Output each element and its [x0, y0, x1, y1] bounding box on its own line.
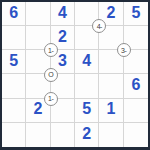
given-digit: 6	[131, 77, 140, 93]
cell-r3c3[interactable]: 3	[51, 50, 75, 74]
cell-r3c2[interactable]	[26, 50, 50, 74]
cell-r6c3[interactable]	[51, 123, 75, 147]
cell-r4c3[interactable]	[51, 74, 75, 98]
cell-r5c4[interactable]: 5	[75, 99, 99, 123]
cell-r4c2[interactable]	[26, 74, 50, 98]
cell-r6c1[interactable]	[2, 123, 26, 147]
cell-r4c4[interactable]	[75, 74, 99, 98]
cell-r5c2[interactable]: 2	[26, 99, 50, 123]
given-digit: 3	[58, 53, 67, 69]
cell-r4c6[interactable]: 6	[124, 74, 148, 98]
cell-r6c2[interactable]	[26, 123, 50, 147]
given-digit: 6	[9, 5, 18, 21]
cell-r6c6[interactable]	[124, 123, 148, 147]
given-digit: 1	[107, 101, 116, 117]
given-digit: 5	[9, 53, 18, 69]
cell-r6c4[interactable]: 2	[75, 123, 99, 147]
cell-r1c2[interactable]	[26, 2, 50, 26]
cell-r4c5[interactable]	[99, 74, 123, 98]
mathrax-board: 6425253462512 4-1-3-O1-	[0, 0, 150, 150]
given-digit: 4	[58, 5, 67, 21]
cell-r3c4[interactable]: 4	[75, 50, 99, 74]
given-digit: 5	[82, 101, 91, 117]
cell-r2c1[interactable]	[2, 26, 26, 50]
cell-r1c6[interactable]: 5	[124, 2, 148, 26]
cell-r1c3[interactable]: 4	[51, 2, 75, 26]
cell-r2c2[interactable]	[26, 26, 50, 50]
given-digit: 2	[58, 29, 67, 45]
cell-r3c1[interactable]: 5	[2, 50, 26, 74]
cell-r3c5[interactable]	[99, 50, 123, 74]
cell-r4c1[interactable]	[2, 74, 26, 98]
cell-r5c5[interactable]: 1	[99, 99, 123, 123]
cell-r1c1[interactable]: 6	[2, 2, 26, 26]
cell-r3c6[interactable]	[124, 50, 148, 74]
cell-r5c6[interactable]	[124, 99, 148, 123]
cell-r1c5[interactable]: 2	[99, 2, 123, 26]
cell-r5c3[interactable]	[51, 99, 75, 123]
cell-r5c1[interactable]	[2, 99, 26, 123]
given-digit: 5	[131, 5, 140, 21]
given-digit: 2	[82, 126, 91, 142]
cell-r2c6[interactable]	[124, 26, 148, 50]
puzzle-grid: 6425253462512	[2, 2, 148, 147]
cell-r6c5[interactable]	[99, 123, 123, 147]
cell-r2c3[interactable]: 2	[51, 26, 75, 50]
cell-r2c4[interactable]	[75, 26, 99, 50]
given-digit: 4	[82, 53, 91, 69]
given-digit: 2	[34, 101, 43, 117]
given-digit: 2	[107, 5, 116, 21]
cell-r1c4[interactable]	[75, 2, 99, 26]
cell-r2c5[interactable]	[99, 26, 123, 50]
